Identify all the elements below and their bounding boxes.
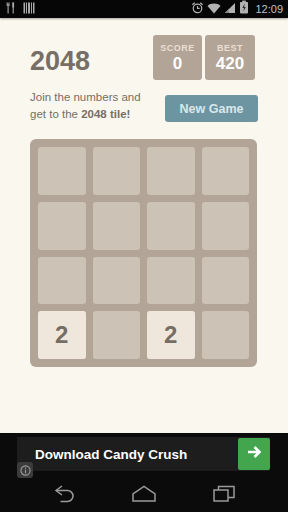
barcode-icon (23, 0, 35, 18)
intro-line1: Join the numbers and (30, 91, 141, 103)
new-game-button[interactable]: New Game (165, 95, 258, 122)
utensils-icon (5, 0, 16, 18)
board-cell (202, 257, 250, 305)
board-cell (147, 147, 195, 195)
tile-2: 2 (147, 311, 195, 359)
intro-text: Join the numbers and get to the 2048 til… (30, 89, 141, 123)
home-icon (129, 492, 159, 507)
best-value: 420 (216, 54, 244, 73)
phone-screen: 12:09 2048 SCORE 0 BEST 420 Join the num… (0, 0, 288, 512)
tile-2: 2 (38, 311, 86, 359)
navigation-bar (0, 475, 288, 512)
home-button[interactable] (127, 482, 161, 506)
best-label: BEST (217, 43, 243, 54)
wifi-icon (207, 0, 221, 18)
board-cell (93, 257, 141, 305)
board-cell (147, 202, 195, 250)
notification-icons (5, 0, 35, 18)
battery-charging-icon (239, 0, 249, 18)
ad-install-button[interactable] (238, 438, 270, 470)
game-board[interactable]: 22 (30, 139, 257, 367)
board-cell (93, 202, 141, 250)
clock-time: 12:09 (255, 3, 283, 15)
signal-icon (224, 0, 236, 18)
board-cell (38, 147, 86, 195)
back-icon (50, 492, 77, 507)
score-value: 0 (173, 54, 182, 73)
board-cell: 2 (147, 311, 195, 359)
board-cell (147, 257, 195, 305)
page-title: 2048 (30, 46, 90, 77)
board-cell (38, 202, 86, 250)
back-button[interactable] (48, 482, 79, 506)
alarm-icon (191, 0, 204, 18)
score-panel: SCORE 0 BEST 420 (153, 35, 255, 80)
ad-banner[interactable]: Download Candy Crush (17, 437, 270, 471)
board-cell (202, 311, 250, 359)
status-bar: 12:09 (0, 0, 288, 18)
board-cell (38, 257, 86, 305)
board-cell (93, 311, 141, 359)
intro-line2-goal: 2048 tile! (81, 108, 130, 120)
best-box: BEST 420 (205, 35, 255, 80)
recents-button[interactable] (208, 482, 240, 506)
arrow-right-icon (245, 443, 263, 464)
board-cell (202, 147, 250, 195)
board-cell (202, 202, 250, 250)
score-label: SCORE (160, 43, 195, 54)
intro-line2-prefix: get to the (30, 108, 81, 120)
board-cell: 2 (38, 311, 86, 359)
board-cell (93, 147, 141, 195)
ad-text[interactable]: Download Candy Crush (35, 447, 187, 462)
bottom-bar-region: Download Candy Crush (0, 433, 288, 512)
recents-icon (210, 492, 238, 507)
score-box: SCORE 0 (153, 35, 202, 80)
